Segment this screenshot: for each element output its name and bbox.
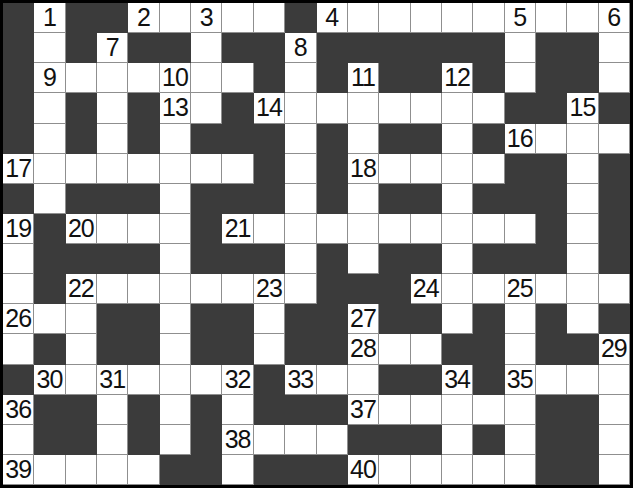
white-cell-r16c5[interactable] (128, 455, 159, 485)
black-cell-r12c18 (536, 334, 567, 364)
white-cell-r3c2[interactable]: 9 (34, 63, 65, 93)
black-cell-r3c14 (411, 63, 442, 93)
black-cell-r9c13 (379, 244, 410, 274)
white-cell-r10c3[interactable]: 22 (66, 274, 97, 304)
white-cell-r4c13[interactable] (379, 93, 410, 123)
white-cell-r15c20[interactable] (599, 425, 630, 455)
white-cell-r16c17[interactable] (505, 455, 536, 485)
white-cell-r14c14[interactable] (411, 395, 442, 425)
clue-number-15: 15 (567, 93, 597, 121)
white-cell-r14c13[interactable] (379, 395, 410, 425)
white-cell-r7c10[interactable] (285, 184, 316, 214)
white-cell-r12c12[interactable]: 28 (348, 334, 379, 364)
clue-number-3: 3 (191, 3, 221, 31)
white-cell-r2c7[interactable] (191, 33, 222, 63)
black-cell-r2c19 (567, 33, 598, 63)
black-cell-r6c20 (599, 154, 630, 184)
white-cell-r13c7[interactable] (191, 365, 222, 395)
white-cell-r1c20[interactable]: 6 (599, 3, 630, 33)
white-cell-r13c2[interactable]: 30 (34, 365, 65, 395)
white-cell-r14c15[interactable] (442, 395, 473, 425)
white-cell-r5c6[interactable] (160, 124, 191, 154)
white-cell-r7c6[interactable] (160, 184, 191, 214)
white-cell-r10c18[interactable] (536, 274, 567, 304)
black-cell-r9c18 (536, 244, 567, 274)
white-cell-r4c7[interactable] (191, 93, 222, 123)
white-cell-r12c6[interactable] (160, 334, 191, 364)
white-cell-r4c19[interactable]: 15 (567, 93, 598, 123)
clue-number-13: 13 (160, 93, 190, 121)
white-cell-r10c4[interactable] (97, 274, 128, 304)
white-cell-r1c9[interactable] (254, 3, 285, 33)
black-cell-r15c2 (34, 425, 65, 455)
white-cell-r11c1[interactable]: 26 (3, 304, 34, 334)
white-cell-r13c20[interactable] (599, 365, 630, 395)
white-cell-r4c15[interactable] (442, 93, 473, 123)
white-cell-r13c4[interactable]: 31 (97, 365, 128, 395)
white-cell-r6c10[interactable] (285, 154, 316, 184)
black-cell-r11c16 (473, 304, 504, 334)
clue-number-40: 40 (348, 455, 378, 483)
white-cell-r16c4[interactable] (97, 455, 128, 485)
black-cell-r7c11 (317, 184, 348, 214)
clue-number-38: 38 (222, 425, 252, 453)
white-cell-r16c2[interactable] (34, 455, 65, 485)
black-cell-r16c6 (160, 455, 191, 485)
black-cell-r9c5 (128, 244, 159, 274)
black-cell-r14c5 (128, 395, 159, 425)
white-cell-r1c13[interactable] (379, 3, 410, 33)
black-cell-r1c4 (97, 3, 128, 33)
white-cell-r14c17[interactable] (505, 395, 536, 425)
white-cell-r15c11[interactable] (317, 425, 348, 455)
white-cell-r14c16[interactable] (473, 395, 504, 425)
white-cell-r6c2[interactable] (34, 154, 65, 184)
clue-number-32: 32 (222, 365, 252, 393)
black-cell-r7c13 (379, 184, 410, 214)
white-cell-r16c12[interactable]: 40 (348, 455, 379, 485)
black-cell-r11c4 (97, 304, 128, 334)
white-cell-r2c17[interactable] (505, 33, 536, 63)
white-cell-r10c6[interactable] (160, 274, 191, 304)
white-cell-r5c12[interactable] (348, 124, 379, 154)
white-cell-r7c19[interactable] (567, 184, 598, 214)
white-cell-r5c4[interactable] (97, 124, 128, 154)
black-cell-r16c19 (567, 455, 598, 485)
black-cell-r11c13 (379, 304, 410, 334)
white-cell-r11c12[interactable]: 27 (348, 304, 379, 334)
white-cell-r13c6[interactable] (160, 365, 191, 395)
black-cell-r14c19 (567, 395, 598, 425)
white-cell-r1c14[interactable] (411, 3, 442, 33)
black-cell-r6c9 (254, 154, 285, 184)
white-cell-r11c3[interactable] (66, 304, 97, 334)
white-cell-r3c17[interactable] (505, 63, 536, 93)
white-cell-r12c13[interactable] (379, 334, 410, 364)
clue-number-8: 8 (285, 33, 315, 61)
white-cell-r16c3[interactable] (66, 455, 97, 485)
white-cell-r16c1[interactable]: 39 (3, 455, 34, 485)
black-cell-r2c8 (222, 33, 253, 63)
black-cell-r12c5 (128, 334, 159, 364)
black-cell-r15c13 (379, 425, 410, 455)
black-cell-r7c1 (3, 184, 34, 214)
white-cell-r10c15[interactable] (442, 274, 473, 304)
clue-number-33: 33 (285, 365, 315, 393)
white-cell-r10c5[interactable] (128, 274, 159, 304)
clue-number-16: 16 (505, 124, 535, 152)
black-cell-r10c11 (317, 274, 348, 304)
white-cell-r8c6[interactable] (160, 214, 191, 244)
white-cell-r4c12[interactable] (348, 93, 379, 123)
clue-number-28: 28 (348, 334, 378, 362)
white-cell-r1c5[interactable]: 2 (128, 3, 159, 33)
white-cell-r5c10[interactable] (285, 124, 316, 154)
black-cell-r5c9 (254, 124, 285, 154)
white-cell-r6c13[interactable] (379, 154, 410, 184)
black-cell-r7c16 (473, 184, 504, 214)
white-cell-r10c10[interactable] (285, 274, 316, 304)
white-cell-r1c12[interactable] (348, 3, 379, 33)
black-cell-r11c8 (222, 304, 253, 334)
white-cell-r15c10[interactable] (285, 425, 316, 455)
clue-number-7: 7 (97, 33, 127, 61)
white-cell-r8c12[interactable] (348, 214, 379, 244)
white-cell-r4c16[interactable] (473, 93, 504, 123)
black-cell-r15c18 (536, 425, 567, 455)
white-cell-r1c17[interactable]: 5 (505, 3, 536, 33)
white-cell-r16c14[interactable] (411, 455, 442, 485)
white-cell-r3c7[interactable] (191, 63, 222, 93)
white-cell-r1c15[interactable] (442, 3, 473, 33)
white-cell-r6c15[interactable] (442, 154, 473, 184)
black-cell-r8c20 (599, 214, 630, 244)
white-cell-r4c4[interactable] (97, 93, 128, 123)
white-cell-r8c16[interactable] (473, 214, 504, 244)
white-cell-r6c1[interactable]: 17 (3, 154, 34, 184)
white-cell-r10c7[interactable] (191, 274, 222, 304)
white-cell-r4c9[interactable]: 14 (254, 93, 285, 123)
white-cell-r10c20[interactable] (599, 274, 630, 304)
clue-number-19: 19 (3, 214, 33, 242)
black-cell-r4c8 (222, 93, 253, 123)
black-cell-r13c16 (473, 365, 504, 395)
white-cell-r10c16[interactable] (473, 274, 504, 304)
white-cell-r6c4[interactable] (97, 154, 128, 184)
black-cell-r7c8 (222, 184, 253, 214)
white-cell-r6c16[interactable] (473, 154, 504, 184)
white-cell-r13c11[interactable] (317, 365, 348, 395)
white-cell-r3c10[interactable] (285, 63, 316, 93)
white-cell-r4c10[interactable] (285, 93, 316, 123)
black-cell-r2c6 (160, 33, 191, 63)
black-cell-r12c8 (222, 334, 253, 364)
black-cell-r12c10 (285, 334, 316, 364)
white-cell-r10c17[interactable]: 25 (505, 274, 536, 304)
black-cell-r12c15 (442, 334, 473, 364)
white-cell-r5c15[interactable] (442, 124, 473, 154)
white-cell-r4c6[interactable]: 13 (160, 93, 191, 123)
white-cell-r1c19[interactable] (567, 3, 598, 33)
clue-number-5: 5 (505, 3, 535, 31)
black-cell-r10c12 (348, 274, 379, 304)
clue-number-9: 9 (34, 63, 64, 91)
white-cell-r1c16[interactable] (473, 3, 504, 33)
black-cell-r15c14 (411, 425, 442, 455)
clue-number-14: 14 (254, 93, 284, 121)
black-cell-r12c4 (97, 334, 128, 364)
white-cell-r8c19[interactable] (567, 214, 598, 244)
white-cell-r7c15[interactable] (442, 184, 473, 214)
white-cell-r8c1[interactable]: 19 (3, 214, 34, 244)
black-cell-r3c19 (567, 63, 598, 93)
white-cell-r1c18[interactable] (536, 3, 567, 33)
black-cell-r11c5 (128, 304, 159, 334)
clue-number-39: 39 (3, 455, 33, 483)
black-cell-r2c1 (3, 33, 34, 63)
white-cell-r5c19[interactable] (567, 124, 598, 154)
white-cell-r1c2[interactable]: 1 (34, 3, 65, 33)
white-cell-r10c1[interactable] (3, 274, 34, 304)
white-cell-r16c15[interactable] (442, 455, 473, 485)
black-cell-r2c16 (473, 33, 504, 63)
clue-number-35: 35 (505, 365, 535, 393)
clue-number-4: 4 (317, 3, 347, 31)
white-cell-r8c13[interactable] (379, 214, 410, 244)
white-cell-r15c17[interactable] (505, 425, 536, 455)
black-cell-r3c9 (254, 63, 285, 93)
white-cell-r9c6[interactable] (160, 244, 191, 274)
white-cell-r6c14[interactable] (411, 154, 442, 184)
black-cell-r15c5 (128, 425, 159, 455)
white-cell-r13c3[interactable] (66, 365, 97, 395)
white-cell-r9c15[interactable] (442, 244, 473, 274)
black-cell-r2c15 (442, 33, 473, 63)
white-cell-r3c3[interactable] (66, 63, 97, 93)
black-cell-r10c13 (379, 274, 410, 304)
black-cell-r9c16 (473, 244, 504, 274)
white-cell-r3c5[interactable] (128, 63, 159, 93)
black-cell-r5c1 (3, 124, 34, 154)
white-cell-r3c8[interactable] (222, 63, 253, 93)
black-cell-r15c19 (567, 425, 598, 455)
white-cell-r15c4[interactable] (97, 425, 128, 455)
white-cell-r9c1[interactable] (3, 244, 34, 274)
black-cell-r7c4 (97, 184, 128, 214)
white-cell-r8c11[interactable] (317, 214, 348, 244)
white-cell-r16c13[interactable] (379, 455, 410, 485)
white-cell-r6c6[interactable] (160, 154, 191, 184)
white-cell-r1c6[interactable] (160, 3, 191, 33)
white-cell-r2c4[interactable]: 7 (97, 33, 128, 63)
white-cell-r5c2[interactable] (34, 124, 65, 154)
clue-number-11: 11 (348, 63, 378, 91)
black-cell-r8c18 (536, 214, 567, 244)
white-cell-r8c9[interactable] (254, 214, 285, 244)
white-cell-r8c10[interactable] (285, 214, 316, 244)
white-cell-r9c10[interactable] (285, 244, 316, 274)
white-cell-r16c20[interactable] (599, 455, 630, 485)
white-cell-r8c5[interactable] (128, 214, 159, 244)
white-cell-r3c20[interactable] (599, 63, 630, 93)
black-cell-r1c10 (285, 3, 316, 33)
clue-number-12: 12 (442, 63, 472, 91)
white-cell-r14c8[interactable] (222, 395, 253, 425)
black-cell-r9c3 (66, 244, 97, 274)
white-cell-r2c20[interactable] (599, 33, 630, 63)
white-cell-r12c9[interactable] (254, 334, 285, 364)
white-cell-r13c18[interactable] (536, 365, 567, 395)
black-cell-r15c7 (191, 425, 222, 455)
white-cell-r8c8[interactable]: 21 (222, 214, 253, 244)
white-cell-r11c2[interactable] (34, 304, 65, 334)
white-cell-r11c9[interactable] (254, 304, 285, 334)
white-cell-r10c9[interactable]: 23 (254, 274, 285, 304)
white-cell-r6c19[interactable] (567, 154, 598, 184)
black-cell-r4c5 (128, 93, 159, 123)
black-cell-r7c3 (66, 184, 97, 214)
black-cell-r3c11 (317, 63, 348, 93)
white-cell-r8c14[interactable] (411, 214, 442, 244)
black-cell-r8c2 (34, 214, 65, 244)
white-cell-r1c8[interactable] (222, 3, 253, 33)
black-cell-r4c1 (3, 93, 34, 123)
black-cell-r4c20 (599, 93, 630, 123)
white-cell-r1c7[interactable]: 3 (191, 3, 222, 33)
white-cell-r11c17[interactable] (505, 304, 536, 334)
white-cell-r8c15[interactable] (442, 214, 473, 244)
white-cell-r13c10[interactable]: 33 (285, 365, 316, 395)
white-cell-r7c2[interactable] (34, 184, 65, 214)
white-cell-r12c1[interactable] (3, 334, 34, 364)
white-cell-r15c1[interactable] (3, 425, 34, 455)
black-cell-r2c9 (254, 33, 285, 63)
white-cell-r14c20[interactable] (599, 395, 630, 425)
black-cell-r13c13 (379, 365, 410, 395)
white-cell-r2c2[interactable] (34, 33, 65, 63)
white-cell-r5c18[interactable] (536, 124, 567, 154)
white-cell-r6c7[interactable] (191, 154, 222, 184)
white-cell-r3c6[interactable]: 10 (160, 63, 191, 93)
black-cell-r5c16 (473, 124, 504, 154)
white-cell-r11c6[interactable] (160, 304, 191, 334)
white-cell-r11c19[interactable] (567, 304, 598, 334)
white-cell-r13c8[interactable]: 32 (222, 365, 253, 395)
clue-number-34: 34 (442, 365, 472, 393)
white-cell-r12c14[interactable] (411, 334, 442, 364)
black-cell-r9c7 (191, 244, 222, 274)
clue-number-20: 20 (66, 214, 96, 242)
white-cell-r15c6[interactable] (160, 425, 191, 455)
clue-number-27: 27 (348, 304, 378, 332)
black-cell-r14c18 (536, 395, 567, 425)
clue-number-31: 31 (97, 365, 127, 393)
white-cell-r9c12[interactable] (348, 244, 379, 274)
black-cell-r16c11 (317, 455, 348, 485)
white-cell-r3c15[interactable]: 12 (442, 63, 473, 93)
white-cell-r12c3[interactable] (66, 334, 97, 364)
clue-number-2: 2 (128, 3, 158, 31)
black-cell-r5c14 (411, 124, 442, 154)
black-cell-r7c5 (128, 184, 159, 214)
white-cell-r4c14[interactable] (411, 93, 442, 123)
white-cell-r5c17[interactable]: 16 (505, 124, 536, 154)
white-cell-r14c4[interactable] (97, 395, 128, 425)
white-cell-r13c19[interactable] (567, 365, 598, 395)
white-cell-r9c19[interactable] (567, 244, 598, 274)
white-cell-r12c17[interactable] (505, 334, 536, 364)
black-cell-r3c1 (3, 63, 34, 93)
white-cell-r4c11[interactable] (317, 93, 348, 123)
white-cell-r16c8[interactable] (222, 455, 253, 485)
white-cell-r15c15[interactable] (442, 425, 473, 455)
black-cell-r11c14 (411, 304, 442, 334)
white-cell-r5c20[interactable] (599, 124, 630, 154)
black-cell-r9c20 (599, 244, 630, 274)
black-cell-r14c2 (34, 395, 65, 425)
white-cell-r15c9[interactable] (254, 425, 285, 455)
white-cell-r6c8[interactable] (222, 154, 253, 184)
crossword-grid: 1234567891011121314151617181920212223242… (0, 0, 633, 488)
white-cell-r13c17[interactable]: 35 (505, 365, 536, 395)
black-cell-r16c10 (285, 455, 316, 485)
black-cell-r5c11 (317, 124, 348, 154)
black-cell-r9c14 (411, 244, 442, 274)
black-cell-r14c11 (317, 395, 348, 425)
white-cell-r10c14[interactable]: 24 (411, 274, 442, 304)
white-cell-r13c12[interactable] (348, 365, 379, 395)
black-cell-r9c4 (97, 244, 128, 274)
white-cell-r8c3[interactable]: 20 (66, 214, 97, 244)
black-cell-r6c11 (317, 154, 348, 184)
white-cell-r11c15[interactable] (442, 304, 473, 334)
white-cell-r1c11[interactable]: 4 (317, 3, 348, 33)
black-cell-r7c17 (505, 184, 536, 214)
white-cell-r14c6[interactable] (160, 395, 191, 425)
black-cell-r13c1 (3, 365, 34, 395)
white-cell-r13c15[interactable]: 34 (442, 365, 473, 395)
clue-number-24: 24 (411, 274, 441, 302)
white-cell-r6c5[interactable] (128, 154, 159, 184)
white-cell-r10c19[interactable] (567, 274, 598, 304)
white-cell-r7c12[interactable] (348, 184, 379, 214)
white-cell-r6c3[interactable] (66, 154, 97, 184)
clue-number-6: 6 (599, 3, 629, 31)
clue-number-18: 18 (348, 154, 378, 182)
white-cell-r12c20[interactable]: 29 (599, 334, 630, 364)
white-cell-r6c12[interactable]: 18 (348, 154, 379, 184)
black-cell-r6c18 (536, 154, 567, 184)
white-cell-r4c2[interactable] (34, 93, 65, 123)
white-cell-r14c1[interactable]: 36 (3, 395, 34, 425)
white-cell-r3c12[interactable]: 11 (348, 63, 379, 93)
white-cell-r15c8[interactable]: 38 (222, 425, 253, 455)
white-cell-r2c10[interactable]: 8 (285, 33, 316, 63)
black-cell-r3c16 (473, 63, 504, 93)
white-cell-r10c8[interactable] (222, 274, 253, 304)
white-cell-r8c4[interactable] (97, 214, 128, 244)
white-cell-r16c16[interactable] (473, 455, 504, 485)
white-cell-r8c17[interactable] (505, 214, 536, 244)
black-cell-r7c20 (599, 184, 630, 214)
white-cell-r3c4[interactable] (97, 63, 128, 93)
clue-number-23: 23 (254, 274, 284, 302)
white-cell-r13c5[interactable] (128, 365, 159, 395)
clue-number-17: 17 (3, 154, 33, 182)
black-cell-r2c13 (379, 33, 410, 63)
white-cell-r14c12[interactable]: 37 (348, 395, 379, 425)
black-cell-r12c19 (567, 334, 598, 364)
